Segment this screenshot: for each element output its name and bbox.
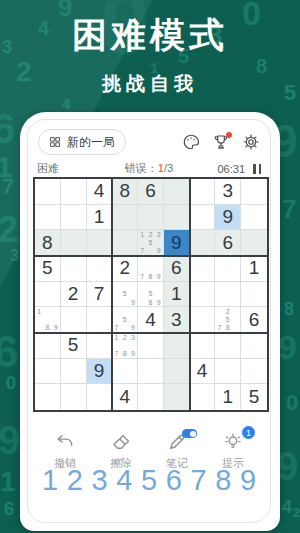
cell-r9c7[interactable] — [190, 384, 216, 410]
cell-r7c4[interactable]: 123789 — [112, 333, 138, 359]
top-bar: 新的一局 — [38, 129, 260, 155]
cell-r9c4[interactable]: 4 — [112, 384, 138, 410]
numpad-6[interactable]: 6 — [162, 464, 186, 497]
cell-r5c2[interactable]: 2 — [61, 282, 87, 308]
numpad-9[interactable]: 9 — [236, 464, 260, 497]
numpad-1[interactable]: 1 — [38, 464, 62, 497]
cell-r2c2[interactable] — [61, 205, 87, 231]
cell-r1c9[interactable] — [241, 179, 267, 205]
page-subtitle: 挑战自我 — [0, 59, 300, 97]
cell-r6c7[interactable] — [190, 307, 216, 333]
cell-r1c4[interactable]: 8 — [112, 179, 138, 205]
cell-r1c5[interactable]: 6 — [138, 179, 164, 205]
box-border-vertical — [111, 179, 113, 410]
background-digit: 4 — [282, 498, 292, 516]
cell-r4c4[interactable]: 2 — [112, 256, 138, 282]
box-border-horizontal — [35, 332, 267, 334]
cell-r6c9[interactable]: 6 — [241, 307, 267, 333]
numpad-2[interactable]: 2 — [63, 464, 87, 497]
undo-icon — [55, 432, 75, 452]
cell-r4c7[interactable] — [190, 256, 216, 282]
background-digit: 0 — [6, 374, 16, 392]
cell-r7c7[interactable] — [190, 333, 216, 359]
cell-r3c9[interactable] — [241, 230, 267, 256]
background-digit: 7 — [282, 196, 296, 222]
box-border-vertical — [189, 179, 191, 410]
cell-r7c6[interactable] — [164, 333, 190, 359]
cell-r2c9[interactable] — [241, 205, 267, 231]
cell-r4c1[interactable]: 5 — [35, 256, 61, 282]
cell-r8c7[interactable]: 4 — [190, 359, 216, 385]
cell-r7c2[interactable]: 5 — [61, 333, 87, 359]
cell-r9c5[interactable] — [138, 384, 164, 410]
cell-r1c8[interactable]: 3 — [215, 179, 241, 205]
cell-r3c4[interactable] — [112, 230, 138, 256]
cell-r7c9[interactable] — [241, 333, 267, 359]
cell-r6c2[interactable] — [61, 307, 87, 333]
cell-r9c3[interactable] — [87, 384, 113, 410]
pause-button[interactable] — [253, 164, 261, 174]
cell-r3c2[interactable] — [61, 230, 87, 256]
background-digit: 9 — [0, 420, 20, 460]
cell-r7c8[interactable] — [215, 333, 241, 359]
background-digit: 7 — [2, 176, 14, 198]
cell-r8c8[interactable] — [215, 359, 241, 385]
background-digit: 2 — [293, 506, 300, 519]
page-title: 困难模式 — [0, 0, 300, 59]
sudoku-board: 4863198123579965278961275958911895794325… — [33, 177, 269, 412]
cell-r9c2[interactable] — [61, 384, 87, 410]
cell-r2c6[interactable] — [164, 205, 190, 231]
pencil-notes: 189 — [35, 307, 60, 332]
cell-r3c7[interactable] — [190, 230, 216, 256]
new-game-grid-icon — [49, 136, 61, 148]
numpad-5[interactable]: 5 — [137, 464, 161, 497]
cell-r5c4[interactable]: 59 — [112, 282, 138, 308]
cell-r7c5[interactable] — [138, 333, 164, 359]
cell-r6c8[interactable]: 2578 — [215, 307, 241, 333]
background-digit: 4 — [62, 96, 70, 111]
cell-r8c1[interactable] — [35, 359, 61, 385]
cell-r8c2[interactable] — [61, 359, 87, 385]
pencil-notes: 59 — [112, 282, 137, 307]
cell-r7c1[interactable] — [35, 333, 61, 359]
pencil-notes: 123789 — [112, 333, 137, 358]
eraser-icon — [111, 432, 131, 452]
background-digit: 3 — [10, 248, 19, 264]
numpad-3[interactable]: 3 — [88, 464, 112, 497]
pencil-notes: 2578 — [215, 307, 240, 332]
background-digit: 6 — [4, 500, 14, 518]
cell-r5c8[interactable] — [215, 282, 241, 308]
cell-r1c6[interactable] — [164, 179, 190, 205]
cell-r2c5[interactable] — [138, 205, 164, 231]
background-digit: 1 — [0, 468, 16, 496]
gear-icon — [242, 133, 260, 151]
cell-r6c4[interactable]: 579 — [112, 307, 138, 333]
timer: 06:31 — [217, 163, 245, 175]
lightbulb-icon — [223, 432, 243, 452]
cell-r1c1[interactable] — [35, 179, 61, 205]
cell-r4c2[interactable] — [61, 256, 87, 282]
hint-badge: 1 — [242, 426, 255, 439]
trophy-notification-dot — [226, 132, 232, 138]
settings-button[interactable] — [242, 133, 260, 151]
cell-r6c3[interactable] — [87, 307, 113, 333]
cell-r1c2[interactable] — [61, 179, 87, 205]
phone-mockup: 新的一局 — [20, 112, 280, 531]
cell-r5c5[interactable]: 589 — [138, 282, 164, 308]
cell-r3c8[interactable]: 6 — [215, 230, 241, 256]
cell-r5c1[interactable] — [35, 282, 61, 308]
hero-header: 困难模式 挑战自我 — [0, 0, 300, 97]
new-game-label: 新的一局 — [67, 134, 115, 151]
cell-r6c5[interactable]: 4 — [138, 307, 164, 333]
background-digit: 6 — [0, 330, 18, 374]
cell-r3c3[interactable] — [87, 230, 113, 256]
background-digit: 9 — [278, 330, 297, 364]
cell-r5c6[interactable]: 1 — [164, 282, 190, 308]
cell-r2c3[interactable]: 1 — [87, 205, 113, 231]
number-pad: 123456789 — [38, 464, 260, 497]
cell-r9c9[interactable]: 5 — [241, 384, 267, 410]
cell-r2c7[interactable] — [190, 205, 216, 231]
numpad-8[interactable]: 8 — [211, 464, 235, 497]
cell-r8c5[interactable] — [138, 359, 164, 385]
cell-r9c6[interactable] — [164, 384, 190, 410]
cell-r9c1[interactable] — [35, 384, 61, 410]
cell-r4c6[interactable]: 6 — [164, 256, 190, 282]
box-border-horizontal — [35, 255, 267, 257]
notes-toggle[interactable] — [182, 429, 197, 438]
pencil-notes: 789 — [138, 256, 163, 281]
app-screen: 新的一局 — [27, 119, 271, 523]
new-game-button[interactable]: 新的一局 — [38, 129, 126, 155]
cell-r4c9[interactable]: 1 — [241, 256, 267, 282]
cell-r4c3[interactable] — [87, 256, 113, 282]
cell-r4c5[interactable]: 789 — [138, 256, 164, 282]
theme-palette-button[interactable] — [182, 133, 200, 151]
background-digit: 8 — [284, 300, 294, 318]
cell-r2c4[interactable] — [112, 205, 138, 231]
cell-r3c6[interactable]: 9 — [164, 230, 190, 256]
background-digit: 2 — [0, 212, 18, 248]
cell-r3c5[interactable]: 123579 — [138, 230, 164, 256]
pencil-notes: 123579 — [138, 230, 163, 255]
difficulty-label: 困难 — [37, 161, 59, 176]
cell-r7c3[interactable] — [87, 333, 113, 359]
pencil-notes: 579 — [112, 307, 137, 332]
palette-icon — [182, 133, 200, 151]
cell-r4c8[interactable] — [215, 256, 241, 282]
trophy-button[interactable] — [212, 133, 230, 151]
background-digit: 0 — [286, 392, 298, 414]
cell-r5c3[interactable]: 7 — [87, 282, 113, 308]
cell-r2c8[interactable]: 9 — [215, 205, 241, 231]
cell-r1c7[interactable] — [190, 179, 216, 205]
cell-r5c7[interactable] — [190, 282, 216, 308]
cell-r2c1[interactable] — [35, 205, 61, 231]
background-digit: 6 — [0, 108, 15, 150]
numpad-4[interactable]: 4 — [112, 464, 136, 497]
cell-r8c4[interactable] — [112, 359, 138, 385]
status-bar: 困难 错误：1/3 06:31 — [37, 162, 261, 175]
error-counter: 错误：1/3 — [125, 161, 173, 176]
cell-r8c6[interactable] — [164, 359, 190, 385]
numpad-7[interactable]: 7 — [187, 464, 211, 497]
cell-r6c1[interactable]: 189 — [35, 307, 61, 333]
cell-r9c8[interactable]: 1 — [215, 384, 241, 410]
cell-r8c3[interactable]: 9 — [87, 359, 113, 385]
pencil-notes: 589 — [138, 282, 163, 307]
cell-r5c9[interactable] — [241, 282, 267, 308]
cell-r3c1[interactable]: 8 — [35, 230, 61, 256]
cell-r8c9[interactable] — [241, 359, 267, 385]
cell-r6c6[interactable]: 3 — [164, 307, 190, 333]
cell-r1c3[interactable]: 4 — [87, 179, 113, 205]
